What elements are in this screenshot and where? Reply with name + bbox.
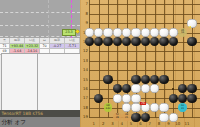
black-stone <box>131 75 140 84</box>
column-coordinate-label: 1 <box>89 122 98 126</box>
current-point-marker <box>75 29 79 33</box>
move-list-panel[interactable] <box>1 53 38 112</box>
black-stone <box>113 37 122 46</box>
comment-panel[interactable] <box>37 53 81 112</box>
white-stone <box>113 28 122 37</box>
column-coordinate-label: 5 <box>127 122 136 126</box>
graph-vertical-gridline <box>48 0 49 38</box>
white-stone <box>141 84 150 93</box>
black-stone <box>85 37 94 46</box>
column-coordinate-label: 3 <box>108 122 117 126</box>
white-stone <box>122 28 131 37</box>
column-coordinate-label: 4 <box>117 122 126 126</box>
black-stone <box>103 37 112 46</box>
graph-gridline <box>0 12 80 13</box>
go-analysis-app: 23.3 黒 勝率 目差 白 勝率 目差 71 +93.44 +23.32 70… <box>0 0 200 127</box>
row-coordinate-label: 12 <box>81 49 89 53</box>
white-stone <box>150 84 159 93</box>
black-stone <box>169 94 178 103</box>
engine-status-bar: TensorRT 18B s756 <box>0 110 82 117</box>
row-coordinate-label: 13 <box>81 59 89 63</box>
winrate-graph[interactable]: 23.3 <box>0 0 80 38</box>
board-grid-line <box>155 0 156 118</box>
black-stone <box>141 75 150 84</box>
black-stone <box>150 75 159 84</box>
black-stone <box>94 37 103 46</box>
column-coordinate-label: 7 <box>145 122 154 126</box>
board-grid-line <box>89 14 200 15</box>
column-coordinate-label: 2 <box>99 122 108 126</box>
black-stone <box>141 113 150 122</box>
column-coordinate-label: 6 <box>136 122 145 126</box>
row-coordinate-label: 19 <box>81 115 89 119</box>
current-value-label: 23.3 <box>62 29 76 36</box>
graph-gridline <box>0 25 80 26</box>
white-stone <box>113 94 122 103</box>
black-stone <box>131 37 140 46</box>
board-grid-line <box>89 51 200 52</box>
row-coordinate-label: 9 <box>81 21 89 25</box>
row-coordinate-label: 8 <box>81 12 89 16</box>
black-stone <box>169 37 178 46</box>
board-grid-line <box>89 70 200 71</box>
black-stone <box>187 94 196 103</box>
column-coordinate-label: 11 <box>183 122 192 126</box>
black-stone <box>159 75 168 84</box>
white-stone <box>122 103 131 112</box>
go-board[interactable]: 7891011121314151617181912345678910114516… <box>80 0 200 127</box>
column-coordinate-label: 8 <box>155 122 164 126</box>
white-stone <box>131 28 140 37</box>
white-stone <box>103 28 112 37</box>
row-coordinate-label: 16 <box>81 87 89 91</box>
white-stone <box>169 113 178 122</box>
candidate-move-marker[interactable]: 5238 <box>113 113 122 122</box>
board-grid-line <box>145 0 146 118</box>
star-point <box>172 88 174 90</box>
white-stone <box>169 28 178 37</box>
black-stone <box>122 84 131 93</box>
black-stone <box>159 37 168 46</box>
black-stone <box>122 37 131 46</box>
last-move-number-label: 76 <box>140 102 145 106</box>
white-stone <box>159 103 168 112</box>
board-grid-line <box>89 4 200 5</box>
row-coordinate-label: 18 <box>81 106 89 110</box>
board-grid-line <box>89 0 90 118</box>
white-stone <box>85 28 94 37</box>
row-coordinate-label: 15 <box>81 78 89 82</box>
column-coordinate-label: 10 <box>173 122 182 126</box>
white-stone <box>122 94 131 103</box>
black-stone <box>187 37 196 46</box>
black-stone <box>178 94 187 103</box>
board-grid-line <box>89 61 200 62</box>
row-coordinate-label: 7 <box>81 2 89 6</box>
left-panel: 23.3 黒 勝率 目差 白 勝率 目差 71 +93.44 +23.32 70… <box>0 0 81 127</box>
white-stone <box>94 28 103 37</box>
candidate-move-marker[interactable]: 68142 <box>104 103 113 112</box>
analysis-toggle[interactable]: 分析 オフ <box>0 117 82 127</box>
board-grid-line <box>89 23 200 24</box>
white-stone <box>131 94 140 103</box>
black-stone <box>131 113 140 122</box>
column-coordinate-label: 9 <box>164 122 173 126</box>
white-stone <box>159 28 168 37</box>
white-stone <box>150 28 159 37</box>
board-grid-line <box>164 0 165 118</box>
graph-gridline <box>0 36 80 37</box>
black-stone <box>141 37 150 46</box>
highlighted-stone-marker: 6031 <box>178 103 187 112</box>
board-grid-line <box>108 0 109 118</box>
white-stone <box>141 28 150 37</box>
black-stone <box>113 84 122 93</box>
black-stone <box>94 94 103 103</box>
pointer-arrow-icon <box>188 26 191 28</box>
white-stone <box>159 113 168 122</box>
black-stone <box>103 75 112 84</box>
white-stone <box>131 84 140 93</box>
black-stone <box>150 37 159 46</box>
candidate-move-marker[interactable]: 4516 <box>178 28 187 37</box>
black-stone <box>178 84 187 93</box>
row-coordinate-label: 14 <box>81 68 89 72</box>
row-coordinate-label: 17 <box>81 96 89 100</box>
black-stone <box>187 84 196 93</box>
white-stone <box>150 103 159 112</box>
white-stone <box>131 103 140 112</box>
